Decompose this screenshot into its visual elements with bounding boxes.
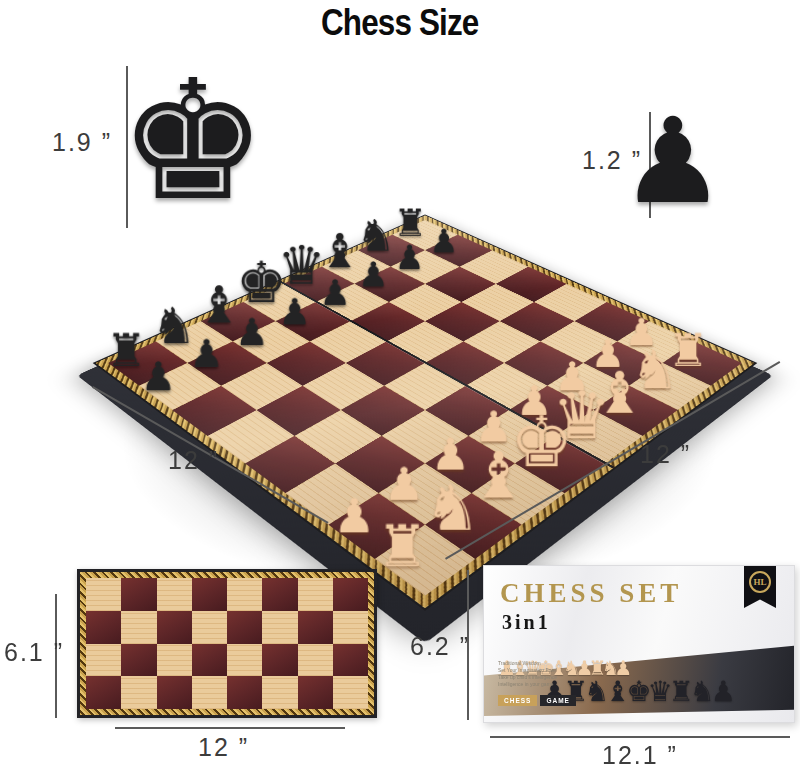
folded-board-square xyxy=(121,578,156,611)
box-title: CHESS SET xyxy=(500,578,682,609)
black-king-icon: ♚ xyxy=(118,58,268,224)
box-tagline: Traditional Wisdom Set Your Imagination … xyxy=(498,660,557,688)
folded-board-square xyxy=(86,644,121,677)
board-square xyxy=(463,321,540,363)
product-diagram: Chess Size 1.9 ” ♚ 1.2 ” ♟ ♜♟♟♜♞♟♟♞♝♟♟♝♛… xyxy=(0,0,800,767)
folded-board-square xyxy=(157,676,192,709)
board-width-right-label: 12 ” xyxy=(640,440,691,469)
folded-board-square xyxy=(121,611,156,644)
folded-board-square xyxy=(192,578,227,611)
brand-monogram: HL xyxy=(749,571,771,593)
chess-chip: CHESS xyxy=(498,695,537,706)
board-width-left-label: 12 ” xyxy=(168,446,219,475)
folded-board-square xyxy=(262,611,297,644)
piece-white-rook: ♜ xyxy=(366,517,438,575)
folded-board-square xyxy=(298,611,333,644)
folded-board-square xyxy=(298,676,333,709)
board-square xyxy=(425,341,504,385)
folded-board-square xyxy=(227,611,262,644)
folded-board-square xyxy=(157,611,192,644)
folded-height-label: 6.1 ” xyxy=(4,638,64,667)
board-square xyxy=(384,363,466,410)
folded-board-square xyxy=(227,578,262,611)
folded-board-square xyxy=(192,611,227,644)
folded-board-square xyxy=(333,644,368,677)
folded-board-square xyxy=(262,644,297,677)
folded-board-square xyxy=(86,676,121,709)
folded-board-square xyxy=(333,676,368,709)
black-pawn-icon: ♟ xyxy=(608,102,738,220)
box-subtitle: 3in1 xyxy=(502,611,551,634)
folded-board-square xyxy=(298,578,333,611)
dimension-line xyxy=(115,727,345,729)
folded-board-square xyxy=(262,676,297,709)
folded-board-square xyxy=(227,676,262,709)
brand-badge-icon: HL xyxy=(744,566,776,608)
box-width-label: 12.1 ” xyxy=(602,741,678,767)
folded-board-square xyxy=(86,578,121,611)
folded-board-grid xyxy=(86,578,368,709)
game-chip: GAME xyxy=(540,695,576,706)
folded-width-label: 12 ” xyxy=(198,733,249,762)
folded-board-square xyxy=(157,578,192,611)
folded-board-square xyxy=(121,676,156,709)
dimension-line xyxy=(490,736,790,738)
folded-board-square xyxy=(333,611,368,644)
folded-board-square xyxy=(298,644,333,677)
folded-board xyxy=(77,569,377,718)
box-chips: CHESS GAME xyxy=(498,695,576,706)
folded-board-square xyxy=(192,644,227,677)
king-height-label: 1.9 ” xyxy=(52,128,112,157)
page-title: Chess Size xyxy=(0,2,800,44)
folded-board-square xyxy=(157,644,192,677)
folded-board-border xyxy=(80,572,374,715)
folded-board-square xyxy=(262,578,297,611)
box-height-label: 6.2 ” xyxy=(410,632,470,661)
folded-board-square xyxy=(121,644,156,677)
folded-board-square xyxy=(86,611,121,644)
board-square xyxy=(346,341,425,385)
folded-board-square xyxy=(227,644,262,677)
product-box: ♟♝♛♚♝♞♟♜♞♟ ♟♜♞♝♚♛♜♞♟ CHESS SET 3in1 HL T… xyxy=(483,565,795,723)
piece-black-pawn: ♟ xyxy=(129,357,188,397)
folded-board-square xyxy=(333,578,368,611)
folded-board-square xyxy=(192,676,227,709)
